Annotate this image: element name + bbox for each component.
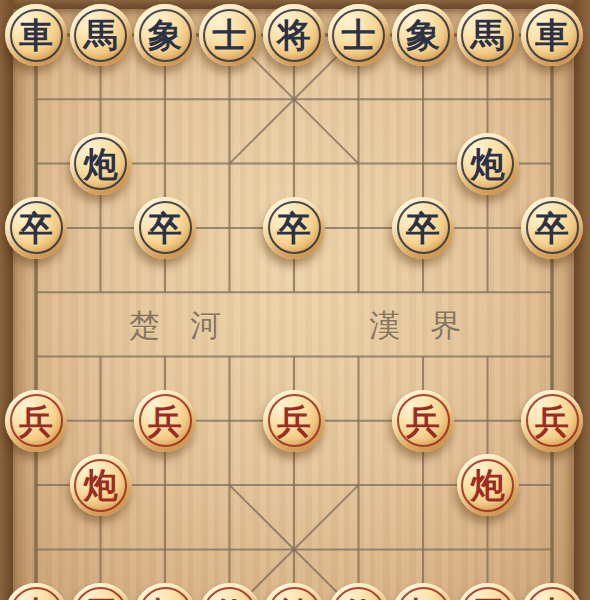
board-cell[interactable] — [133, 324, 198, 388]
board-cell[interactable] — [326, 131, 391, 195]
board-cell[interactable] — [4, 131, 69, 195]
board-cell[interactable]: 炮 — [455, 131, 520, 195]
piece-glyph: 兵 — [134, 390, 196, 452]
board-cell[interactable] — [197, 260, 262, 324]
board-cell[interactable]: 象 — [133, 3, 198, 67]
piece-glyph: 車 — [5, 583, 67, 600]
piece-red-soldier[interactable]: 兵 — [263, 390, 325, 452]
board-cell[interactable] — [520, 131, 585, 195]
board-cell[interactable] — [455, 260, 520, 324]
board-cell[interactable] — [197, 453, 262, 517]
board-cell[interactable] — [326, 196, 391, 260]
piece-glyph: 馬 — [70, 583, 132, 600]
piece-glyph: 象 — [392, 4, 454, 66]
board-cell[interactable]: 車 — [520, 3, 585, 67]
piece-glyph: 兵 — [5, 390, 67, 452]
piece-glyph: 車 — [5, 4, 67, 66]
board-cell[interactable]: 仕 — [326, 582, 391, 600]
piece-glyph: 兵 — [263, 390, 325, 452]
board-cell[interactable] — [197, 196, 262, 260]
piece-glyph: 士 — [328, 4, 390, 66]
board-cell[interactable]: 士 — [197, 3, 262, 67]
piece-black-advisor[interactable]: 士 — [199, 4, 261, 66]
board-cell[interactable] — [133, 517, 198, 581]
board-cell[interactable] — [133, 260, 198, 324]
board-cell[interactable] — [262, 324, 327, 388]
board-cell[interactable] — [4, 324, 69, 388]
board-cell[interactable]: 炮 — [68, 453, 133, 517]
piece-glyph: 馬 — [457, 583, 519, 600]
piece-glyph: 将 — [263, 4, 325, 66]
piece-glyph: 相 — [134, 583, 196, 600]
piece-glyph: 士 — [199, 4, 261, 66]
piece-glyph: 帥 — [263, 583, 325, 600]
board-cell[interactable] — [326, 517, 391, 581]
board-cell[interactable] — [68, 67, 133, 131]
board-cell[interactable]: 相 — [133, 582, 198, 600]
piece-black-chariot[interactable]: 車 — [521, 4, 583, 66]
board-cell[interactable] — [262, 131, 327, 195]
board-cell[interactable] — [68, 389, 133, 453]
board-cell[interactable] — [391, 324, 456, 388]
piece-red-soldier[interactable]: 兵 — [392, 390, 454, 452]
board-cell[interactable] — [197, 131, 262, 195]
board-cell[interactable] — [326, 260, 391, 324]
piece-black-elephant[interactable]: 象 — [134, 4, 196, 66]
board-cell[interactable] — [455, 517, 520, 581]
board-cell[interactable] — [326, 324, 391, 388]
board-cell[interactable] — [520, 260, 585, 324]
board-cell[interactable]: 仕 — [197, 582, 262, 600]
piece-black-soldier[interactable]: 卒 — [521, 197, 583, 259]
board-cell[interactable] — [520, 453, 585, 517]
board-cell[interactable]: 卒 — [4, 196, 69, 260]
piece-black-elephant[interactable]: 象 — [392, 4, 454, 66]
board-cell[interactable]: 兵 — [391, 389, 456, 453]
board-cell[interactable] — [520, 67, 585, 131]
board-cell[interactable] — [4, 453, 69, 517]
piece-red-chariot[interactable]: 車 — [521, 583, 583, 600]
board-cell[interactable] — [262, 453, 327, 517]
piece-red-soldier[interactable]: 兵 — [521, 390, 583, 452]
piece-black-general[interactable]: 将 — [263, 4, 325, 66]
board-cell[interactable] — [455, 67, 520, 131]
piece-glyph: 馬 — [70, 4, 132, 66]
board-cell[interactable] — [197, 517, 262, 581]
board-cell[interactable] — [133, 131, 198, 195]
board-cell[interactable] — [262, 67, 327, 131]
xiangqi-board: 楚河 漢界 車馬象士将士象馬車炮炮卒卒卒卒卒兵兵兵兵兵炮炮車馬相仕帥仕相馬車 — [0, 0, 590, 600]
board-cell[interactable]: 馬 — [455, 582, 520, 600]
board-cell[interactable] — [68, 196, 133, 260]
piece-glyph: 炮 — [457, 133, 519, 195]
piece-red-chariot[interactable]: 車 — [5, 583, 67, 600]
board-cell[interactable] — [197, 67, 262, 131]
piece-glyph: 卒 — [134, 197, 196, 259]
board-cell[interactable] — [4, 260, 69, 324]
piece-red-cannon[interactable]: 炮 — [70, 454, 132, 516]
board-cell[interactable] — [326, 389, 391, 453]
board-cell[interactable]: 兵 — [520, 389, 585, 453]
board-cell[interactable] — [262, 517, 327, 581]
piece-red-advisor[interactable]: 仕 — [199, 583, 261, 600]
board-cell[interactable]: 炮 — [68, 131, 133, 195]
board-cell[interactable] — [197, 324, 262, 388]
piece-black-soldier[interactable]: 卒 — [263, 197, 325, 259]
board-cell[interactable] — [4, 517, 69, 581]
board-cell[interactable] — [4, 67, 69, 131]
piece-red-advisor[interactable]: 仕 — [328, 583, 390, 600]
piece-red-horse[interactable]: 馬 — [70, 583, 132, 600]
board-cell[interactable]: 士 — [326, 3, 391, 67]
piece-black-horse[interactable]: 馬 — [70, 4, 132, 66]
board-cell[interactable]: 将 — [262, 3, 327, 67]
piece-glyph: 兵 — [521, 390, 583, 452]
piece-black-advisor[interactable]: 士 — [328, 4, 390, 66]
piece-glyph: 卒 — [521, 197, 583, 259]
piece-glyph: 馬 — [457, 4, 519, 66]
board-cell[interactable] — [391, 517, 456, 581]
piece-black-horse[interactable]: 馬 — [457, 4, 519, 66]
piece-glyph: 炮 — [70, 454, 132, 516]
piece-red-soldier[interactable]: 兵 — [5, 390, 67, 452]
board-cell[interactable] — [197, 389, 262, 453]
piece-glyph: 象 — [134, 4, 196, 66]
board-cell[interactable] — [455, 324, 520, 388]
board-cell[interactable] — [520, 517, 585, 581]
piece-black-cannon[interactable]: 炮 — [457, 133, 519, 195]
board-cell[interactable]: 兵 — [262, 389, 327, 453]
piece-red-elephant[interactable]: 相 — [392, 583, 454, 600]
board-cell[interactable] — [133, 67, 198, 131]
board-cell[interactable]: 兵 — [133, 389, 198, 453]
board-cell[interactable] — [455, 196, 520, 260]
piece-red-cannon[interactable]: 炮 — [457, 454, 519, 516]
piece-glyph: 車 — [521, 583, 583, 600]
board-cell[interactable]: 炮 — [455, 453, 520, 517]
board-cell[interactable]: 兵 — [4, 389, 69, 453]
board-cell[interactable] — [391, 131, 456, 195]
piece-black-soldier[interactable]: 卒 — [5, 197, 67, 259]
piece-black-chariot[interactable]: 車 — [5, 4, 67, 66]
board-cell[interactable] — [68, 324, 133, 388]
board-cell[interactable] — [391, 453, 456, 517]
board-cell[interactable] — [520, 324, 585, 388]
piece-black-soldier[interactable]: 卒 — [392, 197, 454, 259]
piece-red-horse[interactable]: 馬 — [457, 583, 519, 600]
piece-glyph: 卒 — [263, 197, 325, 259]
board-cell[interactable]: 馬 — [455, 3, 520, 67]
board-intersection-grid: 車馬象士将士象馬車炮炮卒卒卒卒卒兵兵兵兵兵炮炮車馬相仕帥仕相馬車 — [4, 3, 585, 600]
board-cell[interactable]: 車 — [520, 582, 585, 600]
board-cell[interactable] — [326, 453, 391, 517]
board-cell[interactable]: 卒 — [520, 196, 585, 260]
piece-black-cannon[interactable]: 炮 — [70, 133, 132, 195]
board-cell[interactable] — [391, 67, 456, 131]
board-cell[interactable] — [68, 260, 133, 324]
piece-glyph: 卒 — [392, 197, 454, 259]
board-cell[interactable]: 馬 — [68, 3, 133, 67]
piece-glyph: 炮 — [70, 133, 132, 195]
piece-glyph: 相 — [392, 583, 454, 600]
piece-red-soldier[interactable]: 兵 — [134, 390, 196, 452]
piece-glyph: 仕 — [328, 583, 390, 600]
board-cell[interactable]: 馬 — [68, 582, 133, 600]
board-cell[interactable]: 車 — [4, 3, 69, 67]
piece-glyph: 卒 — [5, 197, 67, 259]
board-cell[interactable] — [455, 389, 520, 453]
piece-glyph: 兵 — [392, 390, 454, 452]
piece-red-general[interactable]: 帥 — [263, 583, 325, 600]
board-cell[interactable] — [326, 67, 391, 131]
board-cell[interactable]: 象 — [391, 3, 456, 67]
board-cell[interactable] — [262, 260, 327, 324]
board-cell[interactable]: 卒 — [133, 196, 198, 260]
board-cell[interactable]: 帥 — [262, 582, 327, 600]
piece-red-elephant[interactable]: 相 — [134, 583, 196, 600]
piece-glyph: 仕 — [199, 583, 261, 600]
board-cell[interactable] — [68, 517, 133, 581]
board-cell[interactable]: 卒 — [391, 196, 456, 260]
board-cell[interactable]: 卒 — [262, 196, 327, 260]
piece-glyph: 車 — [521, 4, 583, 66]
piece-glyph: 炮 — [457, 454, 519, 516]
board-cell[interactable]: 相 — [391, 582, 456, 600]
board-cell[interactable]: 車 — [4, 582, 69, 600]
piece-black-soldier[interactable]: 卒 — [134, 197, 196, 259]
board-cell[interactable] — [391, 260, 456, 324]
board-cell[interactable] — [133, 453, 198, 517]
